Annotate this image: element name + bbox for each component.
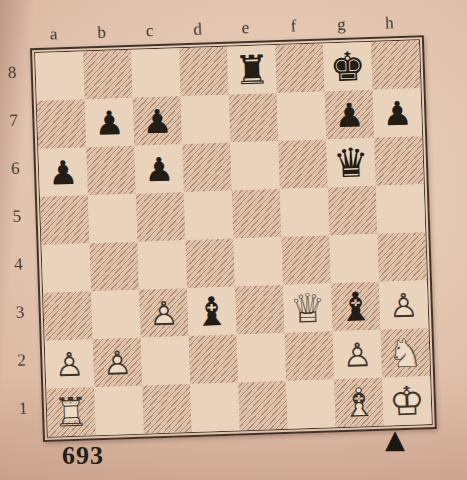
white-pawn: ♟♙ (342, 338, 373, 372)
square-g7: ♟ (325, 90, 375, 140)
black-pawn: ♟ (382, 96, 413, 130)
file-label-a: a (29, 21, 78, 49)
square-g2: ♟♙ (333, 330, 383, 380)
square-e4 (233, 237, 283, 287)
black-queen: ♛ (332, 142, 369, 183)
square-d2 (189, 335, 239, 385)
black-pawn: ♟ (48, 155, 79, 189)
square-e8: ♜ (227, 45, 277, 95)
square-f8 (275, 43, 325, 93)
square-g4 (329, 234, 379, 284)
square-g5 (328, 186, 378, 236)
square-e6 (230, 141, 280, 191)
square-h1: ♚♔ (382, 376, 432, 426)
square-h7: ♟ (373, 88, 423, 138)
square-h4 (377, 232, 427, 282)
square-f5 (280, 187, 330, 237)
black-pawn: ♟ (142, 104, 173, 138)
square-a4 (42, 243, 92, 293)
white-bishop: ♝♗ (340, 382, 377, 423)
rank-label-6: 6 (7, 144, 35, 193)
square-c2 (141, 336, 191, 386)
square-h3: ♟♙ (379, 280, 429, 330)
square-e2 (237, 333, 287, 383)
square-h8 (371, 40, 421, 90)
square-b2: ♟♙ (93, 338, 143, 388)
rank-label-5: 5 (9, 192, 37, 241)
square-e1 (238, 381, 288, 431)
file-label-e: e (221, 14, 270, 42)
square-d1 (190, 382, 240, 432)
square-g6: ♛ (326, 138, 376, 188)
white-knight: ♞♘ (387, 332, 424, 373)
square-a2: ♟♙ (45, 339, 95, 389)
square-g8: ♚ (323, 42, 373, 92)
square-b6 (86, 146, 136, 196)
white-pawn: ♟♙ (388, 288, 419, 322)
white-pawn: ♟♙ (102, 345, 133, 379)
square-a7 (37, 99, 87, 149)
square-b3 (91, 290, 141, 340)
rank-label-7: 7 (6, 96, 34, 145)
square-e5 (232, 189, 282, 239)
square-b8 (83, 50, 133, 100)
white-pawn: ♟♙ (54, 347, 85, 381)
black-bishop: ♝ (337, 286, 374, 327)
square-h2: ♞♘ (381, 328, 431, 378)
black-rook: ♜ (233, 49, 270, 90)
black-king: ♚ (329, 46, 366, 87)
book-page-photo: abcdefgh 87654321 ♜♚♟♟♟♟♟♟♛♟♙♝♛♕♝♟♙♟♙♟♙♟… (0, 0, 467, 480)
square-d7 (181, 95, 231, 145)
black-pawn: ♟ (94, 106, 125, 140)
white-queen: ♛♕ (289, 288, 326, 329)
square-d6 (182, 143, 232, 193)
square-c7: ♟ (133, 96, 183, 146)
square-d8 (179, 47, 229, 97)
square-h6 (374, 136, 424, 186)
square-c6: ♟ (134, 144, 184, 194)
diagram-number: 693 (62, 441, 104, 471)
square-f2 (285, 331, 335, 381)
file-label-b: b (77, 19, 126, 47)
black-pawn: ♟ (144, 152, 175, 186)
square-c5 (136, 192, 186, 242)
square-h5 (376, 184, 426, 234)
square-b1 (94, 386, 144, 436)
rank-label-4: 4 (10, 240, 38, 289)
square-b7: ♟ (85, 98, 135, 148)
rank-label-1: 1 (15, 384, 43, 433)
square-f1 (286, 379, 336, 429)
square-f6 (278, 139, 328, 189)
rank-label-8: 8 (4, 48, 32, 97)
square-b4 (90, 242, 140, 292)
square-g1: ♝♗ (334, 378, 384, 428)
black-pawn: ♟ (334, 98, 365, 132)
rank-label-2: 2 (14, 336, 42, 385)
white-king: ♚♔ (388, 380, 425, 421)
square-a3 (43, 291, 93, 341)
file-label-h: h (365, 9, 414, 37)
file-label-d: d (173, 16, 222, 44)
file-label-g: g (317, 11, 366, 39)
square-a6: ♟ (38, 147, 88, 197)
square-a5 (40, 195, 90, 245)
board-frame: ♜♚♟♟♟♟♟♟♛♟♙♝♛♕♝♟♙♟♙♟♙♟♙♞♘♜♖♝♗♚♔ (30, 35, 437, 442)
square-c3: ♟♙ (139, 288, 189, 338)
square-d3: ♝ (187, 287, 237, 337)
square-d5 (184, 191, 234, 241)
square-c1 (142, 384, 192, 434)
black-to-move-indicator: ▲ (385, 426, 405, 452)
square-d4 (185, 239, 235, 289)
square-f4 (281, 235, 331, 285)
square-a1: ♜♖ (46, 387, 96, 437)
file-label-f: f (269, 13, 318, 41)
square-c4 (137, 240, 187, 290)
rank-label-3: 3 (12, 288, 40, 337)
square-b5 (88, 194, 138, 244)
square-e7 (229, 93, 279, 143)
file-label-c: c (125, 17, 174, 45)
chess-board: ♜♚♟♟♟♟♟♟♛♟♙♝♛♕♝♟♙♟♙♟♙♟♙♞♘♜♖♝♗♚♔ (34, 39, 433, 438)
chess-diagram: abcdefgh 87654321 ♜♚♟♟♟♟♟♟♛♟♙♝♛♕♝♟♙♟♙♟♙♟… (3, 9, 437, 443)
square-e3 (235, 285, 285, 335)
square-g3: ♝ (331, 282, 381, 332)
square-a8 (35, 51, 85, 101)
square-f7 (277, 91, 327, 141)
black-bishop: ♝ (193, 291, 230, 332)
white-pawn: ♟♙ (149, 296, 180, 330)
white-rook: ♜♖ (52, 391, 89, 432)
square-c8 (131, 48, 181, 98)
square-f3: ♛♕ (283, 283, 333, 333)
